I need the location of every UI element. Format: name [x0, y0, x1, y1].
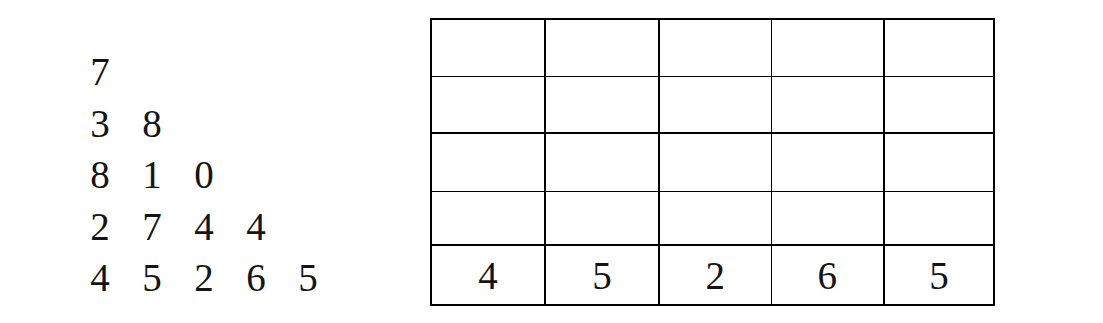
triangle-digit: 5: [126, 252, 178, 304]
grid-cell[interactable]: [659, 191, 771, 245]
grid-cell[interactable]: [545, 76, 659, 133]
grid-cell[interactable]: [884, 19, 994, 76]
triangle-digit: 6: [230, 252, 282, 304]
grid-cell[interactable]: [431, 76, 545, 133]
grid-cell[interactable]: [659, 76, 771, 133]
grid-cell-given: 4: [431, 245, 545, 305]
grid-cell-given: 6: [771, 245, 884, 305]
puzzle-grid: 4 5 2 6 5: [430, 18, 995, 306]
grid-cell[interactable]: [884, 191, 994, 245]
triangle-digit: 7: [74, 46, 126, 98]
triangle-digit: 2: [74, 201, 126, 253]
clue-triangle: 7 3 8 8 1 0 2 7 4 4 4 5 2 6 5: [74, 46, 334, 304]
grid-cell[interactable]: [884, 133, 994, 191]
grid-row: 4 5 2 6 5: [431, 245, 994, 305]
triangle-digit: 2: [178, 252, 230, 304]
grid-cell-given: 5: [545, 245, 659, 305]
grid-cell[interactable]: [884, 76, 994, 133]
grid-row: [431, 133, 994, 191]
grid-cell[interactable]: [771, 133, 884, 191]
grid-cell[interactable]: [659, 19, 771, 76]
puzzle-worksheet: 7 3 8 8 1 0 2 7 4 4 4 5 2 6 5: [0, 0, 1103, 323]
grid-row: [431, 19, 994, 76]
grid-row: [431, 191, 994, 245]
grid-cell[interactable]: [431, 133, 545, 191]
triangle-digit: 7: [126, 201, 178, 253]
grid-cell[interactable]: [545, 133, 659, 191]
grid-cell[interactable]: [545, 19, 659, 76]
triangle-digit: 4: [230, 201, 282, 253]
grid-cell-given: 2: [659, 245, 771, 305]
triangle-digit: 4: [74, 252, 126, 304]
grid-cell-given: 5: [884, 245, 994, 305]
grid-cell[interactable]: [771, 191, 884, 245]
grid-cell[interactable]: [771, 76, 884, 133]
triangle-digit: 8: [126, 98, 178, 150]
grid-cell[interactable]: [771, 19, 884, 76]
triangle-digit: 4: [178, 201, 230, 253]
triangle-digit: 8: [74, 149, 126, 201]
grid-cell[interactable]: [659, 133, 771, 191]
triangle-digit: 3: [74, 98, 126, 150]
grid-cell[interactable]: [545, 191, 659, 245]
grid-cell[interactable]: [431, 191, 545, 245]
grid-cell[interactable]: [431, 19, 545, 76]
grid-row: [431, 76, 994, 133]
triangle-digit: 1: [126, 149, 178, 201]
triangle-digit: 5: [282, 252, 334, 304]
triangle-digit: 0: [178, 149, 230, 201]
